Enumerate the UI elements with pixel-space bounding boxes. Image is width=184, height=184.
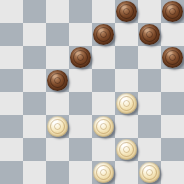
square-r5c2[interactable] bbox=[46, 115, 69, 138]
square-r0c1[interactable] bbox=[23, 0, 46, 23]
square-r7c2[interactable] bbox=[46, 161, 69, 184]
square-r4c7[interactable] bbox=[161, 92, 184, 115]
light-checker[interactable] bbox=[139, 162, 160, 183]
square-r1c2[interactable] bbox=[46, 23, 69, 46]
square-r4c1[interactable] bbox=[23, 92, 46, 115]
square-r0c0 bbox=[0, 0, 23, 23]
square-r2c1[interactable] bbox=[23, 46, 46, 69]
checkers-board bbox=[0, 0, 184, 184]
square-r2c4 bbox=[92, 46, 115, 69]
square-r7c0[interactable] bbox=[0, 161, 23, 184]
square-r3c0[interactable] bbox=[0, 69, 23, 92]
square-r6c7[interactable] bbox=[161, 138, 184, 161]
light-checker[interactable] bbox=[93, 162, 114, 183]
dark-checker[interactable] bbox=[93, 24, 114, 45]
dark-checker[interactable] bbox=[139, 24, 160, 45]
square-r5c5 bbox=[115, 115, 138, 138]
square-r2c6 bbox=[138, 46, 161, 69]
square-r4c3[interactable] bbox=[69, 92, 92, 115]
square-r1c6[interactable] bbox=[138, 23, 161, 46]
square-r2c7[interactable] bbox=[161, 46, 184, 69]
square-r3c5 bbox=[115, 69, 138, 92]
square-r2c0 bbox=[0, 46, 23, 69]
square-r0c7[interactable] bbox=[161, 0, 184, 23]
square-r3c4[interactable] bbox=[92, 69, 115, 92]
square-r5c7 bbox=[161, 115, 184, 138]
square-r2c3[interactable] bbox=[69, 46, 92, 69]
square-r0c5[interactable] bbox=[115, 0, 138, 23]
dark-checker[interactable] bbox=[162, 1, 183, 22]
square-r2c5[interactable] bbox=[115, 46, 138, 69]
square-r1c4[interactable] bbox=[92, 23, 115, 46]
square-r1c1 bbox=[23, 23, 46, 46]
light-checker[interactable] bbox=[47, 116, 68, 137]
square-r1c7 bbox=[161, 23, 184, 46]
square-r3c1 bbox=[23, 69, 46, 92]
square-r5c4[interactable] bbox=[92, 115, 115, 138]
square-r5c1 bbox=[23, 115, 46, 138]
square-r1c3 bbox=[69, 23, 92, 46]
light-checker[interactable] bbox=[93, 116, 114, 137]
square-r3c2[interactable] bbox=[46, 69, 69, 92]
square-r0c4 bbox=[92, 0, 115, 23]
square-r6c5[interactable] bbox=[115, 138, 138, 161]
square-r3c7 bbox=[161, 69, 184, 92]
square-r6c2 bbox=[46, 138, 69, 161]
light-checker[interactable] bbox=[116, 93, 137, 114]
square-r6c4 bbox=[92, 138, 115, 161]
square-r6c1[interactable] bbox=[23, 138, 46, 161]
square-r4c4 bbox=[92, 92, 115, 115]
square-r1c5 bbox=[115, 23, 138, 46]
square-r6c0 bbox=[0, 138, 23, 161]
square-r3c3 bbox=[69, 69, 92, 92]
square-r7c5 bbox=[115, 161, 138, 184]
square-r5c0[interactable] bbox=[0, 115, 23, 138]
dark-checker[interactable] bbox=[47, 70, 68, 91]
light-checker[interactable] bbox=[116, 139, 137, 160]
square-r0c2 bbox=[46, 0, 69, 23]
square-r7c1 bbox=[23, 161, 46, 184]
square-r0c6 bbox=[138, 0, 161, 23]
square-r4c0 bbox=[0, 92, 23, 115]
square-r5c6[interactable] bbox=[138, 115, 161, 138]
square-r2c2 bbox=[46, 46, 69, 69]
dark-checker[interactable] bbox=[116, 1, 137, 22]
square-r7c7 bbox=[161, 161, 184, 184]
square-r4c6 bbox=[138, 92, 161, 115]
square-r4c5[interactable] bbox=[115, 92, 138, 115]
dark-checker[interactable] bbox=[70, 47, 91, 68]
square-r4c2 bbox=[46, 92, 69, 115]
square-r6c3[interactable] bbox=[69, 138, 92, 161]
square-r7c4[interactable] bbox=[92, 161, 115, 184]
square-r6c6 bbox=[138, 138, 161, 161]
square-r3c6[interactable] bbox=[138, 69, 161, 92]
square-r1c0[interactable] bbox=[0, 23, 23, 46]
square-r0c3[interactable] bbox=[69, 0, 92, 23]
square-r7c6[interactable] bbox=[138, 161, 161, 184]
square-r7c3 bbox=[69, 161, 92, 184]
square-r5c3 bbox=[69, 115, 92, 138]
dark-checker[interactable] bbox=[162, 47, 183, 68]
